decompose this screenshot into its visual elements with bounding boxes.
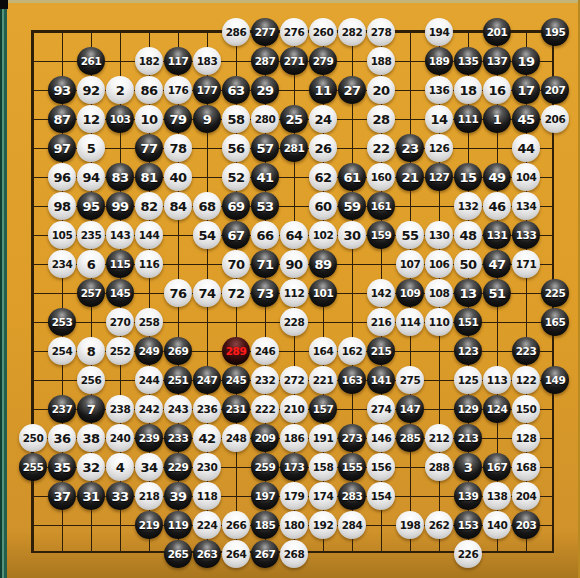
stone-281[interactable]: 281 bbox=[280, 134, 308, 162]
stone-198[interactable]: 198 bbox=[396, 511, 424, 539]
stone-99[interactable]: 99 bbox=[106, 192, 134, 220]
stone-272[interactable]: 272 bbox=[280, 366, 308, 394]
stone-69[interactable]: 69 bbox=[222, 192, 250, 220]
stone-283[interactable]: 283 bbox=[338, 482, 366, 510]
stone-113[interactable]: 113 bbox=[483, 366, 511, 394]
stone-228[interactable]: 228 bbox=[280, 308, 308, 336]
stone-57[interactable]: 57 bbox=[251, 134, 279, 162]
stone-107[interactable]: 107 bbox=[396, 250, 424, 278]
stone-250[interactable]: 250 bbox=[19, 424, 47, 452]
stone-49[interactable]: 49 bbox=[483, 163, 511, 191]
stone-262[interactable]: 262 bbox=[425, 511, 453, 539]
stone-108[interactable]: 108 bbox=[425, 279, 453, 307]
stone-45[interactable]: 45 bbox=[512, 105, 540, 133]
stone-224[interactable]: 224 bbox=[193, 511, 221, 539]
stone-111[interactable]: 111 bbox=[454, 105, 482, 133]
stone-154[interactable]: 154 bbox=[367, 482, 395, 510]
stone-258[interactable]: 258 bbox=[135, 308, 163, 336]
stone-106[interactable]: 106 bbox=[425, 250, 453, 278]
window-corner bbox=[0, 0, 8, 9]
stone-153[interactable]: 153 bbox=[454, 511, 482, 539]
stone-94[interactable]: 94 bbox=[77, 163, 105, 191]
stone-147[interactable]: 147 bbox=[396, 395, 424, 423]
stone-275[interactable]: 275 bbox=[396, 366, 424, 394]
stone-9[interactable]: 9 bbox=[193, 105, 221, 133]
stone-101[interactable]: 101 bbox=[309, 279, 337, 307]
stone-249[interactable]: 249 bbox=[135, 337, 163, 365]
stone-219[interactable]: 219 bbox=[135, 511, 163, 539]
stone-4[interactable]: 4 bbox=[106, 453, 134, 481]
stone-93[interactable]: 93 bbox=[48, 76, 76, 104]
stone-183[interactable]: 183 bbox=[193, 47, 221, 75]
stone-142[interactable]: 142 bbox=[367, 279, 395, 307]
stone-269[interactable]: 269 bbox=[164, 337, 192, 365]
stone-140[interactable]: 140 bbox=[483, 511, 511, 539]
stone-266[interactable]: 266 bbox=[222, 511, 250, 539]
stone-173[interactable]: 173 bbox=[280, 453, 308, 481]
stone-141[interactable]: 141 bbox=[367, 366, 395, 394]
stone-260[interactable]: 260 bbox=[309, 18, 337, 46]
stone-287[interactable]: 287 bbox=[251, 47, 279, 75]
stone-207[interactable]: 207 bbox=[541, 76, 569, 104]
stone-189[interactable]: 189 bbox=[425, 47, 453, 75]
stone-86[interactable]: 86 bbox=[135, 76, 163, 104]
stone-263[interactable]: 263 bbox=[193, 540, 221, 568]
stone-72[interactable]: 72 bbox=[222, 279, 250, 307]
stone-22[interactable]: 22 bbox=[367, 134, 395, 162]
stone-89[interactable]: 89 bbox=[309, 250, 337, 278]
stone-168[interactable]: 168 bbox=[512, 453, 540, 481]
stone-95[interactable]: 95 bbox=[77, 192, 105, 220]
stone-235[interactable]: 235 bbox=[77, 221, 105, 249]
stone-18[interactable]: 18 bbox=[454, 76, 482, 104]
stone-240[interactable]: 240 bbox=[106, 424, 134, 452]
stone-33[interactable]: 33 bbox=[106, 482, 134, 510]
stone-203[interactable]: 203 bbox=[512, 511, 540, 539]
go-board-window: 2862772762602822781942011952611821171832… bbox=[0, 0, 580, 578]
stone-17[interactable]: 17 bbox=[512, 76, 540, 104]
stone-30[interactable]: 30 bbox=[338, 221, 366, 249]
stone-37[interactable]: 37 bbox=[48, 482, 76, 510]
window-left-strip bbox=[0, 0, 7, 578]
stone-46[interactable]: 46 bbox=[483, 192, 511, 220]
stone-210[interactable]: 210 bbox=[280, 395, 308, 423]
window-top-edge bbox=[0, 0, 580, 3]
stone-246[interactable]: 246 bbox=[251, 337, 279, 365]
stone-26[interactable]: 26 bbox=[309, 134, 337, 162]
stone-192[interactable]: 192 bbox=[309, 511, 337, 539]
stone-34[interactable]: 34 bbox=[135, 453, 163, 481]
stone-83[interactable]: 83 bbox=[106, 163, 134, 191]
stone-238[interactable]: 238 bbox=[106, 395, 134, 423]
stone-134[interactable]: 134 bbox=[512, 192, 540, 220]
stone-119[interactable]: 119 bbox=[164, 511, 192, 539]
stone-155[interactable]: 155 bbox=[338, 453, 366, 481]
stone-174[interactable]: 174 bbox=[309, 482, 337, 510]
stone-98[interactable]: 98 bbox=[48, 192, 76, 220]
stone-201[interactable]: 201 bbox=[483, 18, 511, 46]
stone-279[interactable]: 279 bbox=[309, 47, 337, 75]
stone-270[interactable]: 270 bbox=[106, 308, 134, 336]
stone-160[interactable]: 160 bbox=[367, 163, 395, 191]
stone-23[interactable]: 23 bbox=[396, 134, 424, 162]
stone-29[interactable]: 29 bbox=[251, 76, 279, 104]
stone-144[interactable]: 144 bbox=[135, 221, 163, 249]
stone-27[interactable]: 27 bbox=[338, 76, 366, 104]
stone-151[interactable]: 151 bbox=[454, 308, 482, 336]
stone-255[interactable]: 255 bbox=[19, 453, 47, 481]
stone-286[interactable]: 286 bbox=[222, 18, 250, 46]
stone-225[interactable]: 225 bbox=[541, 279, 569, 307]
stone-162[interactable]: 162 bbox=[338, 337, 366, 365]
stone-36[interactable]: 36 bbox=[48, 424, 76, 452]
stone-102[interactable]: 102 bbox=[309, 221, 337, 249]
stone-38[interactable]: 38 bbox=[77, 424, 105, 452]
stone-204[interactable]: 204 bbox=[512, 482, 540, 510]
stone-7[interactable]: 7 bbox=[77, 395, 105, 423]
stone-16[interactable]: 16 bbox=[483, 76, 511, 104]
stone-179[interactable]: 179 bbox=[280, 482, 308, 510]
stone-97[interactable]: 97 bbox=[48, 134, 76, 162]
stone-130[interactable]: 130 bbox=[425, 221, 453, 249]
stone-44[interactable]: 44 bbox=[512, 134, 540, 162]
stone-278[interactable]: 278 bbox=[367, 18, 395, 46]
stone-265[interactable]: 265 bbox=[164, 540, 192, 568]
stone-67[interactable]: 67 bbox=[222, 221, 250, 249]
stone-289[interactable]: 289 bbox=[222, 337, 250, 365]
stone-252[interactable]: 252 bbox=[106, 337, 134, 365]
stone-150[interactable]: 150 bbox=[512, 395, 540, 423]
stone-20[interactable]: 20 bbox=[367, 76, 395, 104]
stone-267[interactable]: 267 bbox=[251, 540, 279, 568]
stone-143[interactable]: 143 bbox=[106, 221, 134, 249]
stone-96[interactable]: 96 bbox=[48, 163, 76, 191]
stone-257[interactable]: 257 bbox=[77, 279, 105, 307]
stone-13[interactable]: 13 bbox=[454, 279, 482, 307]
stone-105[interactable]: 105 bbox=[48, 221, 76, 249]
stone-165[interactable]: 165 bbox=[541, 308, 569, 336]
stone-157[interactable]: 157 bbox=[309, 395, 337, 423]
stone-261[interactable]: 261 bbox=[77, 47, 105, 75]
stone-244[interactable]: 244 bbox=[135, 366, 163, 394]
stone-48[interactable]: 48 bbox=[454, 221, 482, 249]
stone-63[interactable]: 63 bbox=[222, 76, 250, 104]
stone-40[interactable]: 40 bbox=[164, 163, 192, 191]
stone-77[interactable]: 77 bbox=[135, 134, 163, 162]
stone-163[interactable]: 163 bbox=[338, 366, 366, 394]
stone-60[interactable]: 60 bbox=[309, 192, 337, 220]
stone-59[interactable]: 59 bbox=[338, 192, 366, 220]
stone-180[interactable]: 180 bbox=[280, 511, 308, 539]
stone-84[interactable]: 84 bbox=[164, 192, 192, 220]
stone-251[interactable]: 251 bbox=[164, 366, 192, 394]
stone-264[interactable]: 264 bbox=[222, 540, 250, 568]
stone-188[interactable]: 188 bbox=[367, 47, 395, 75]
stone-195[interactable]: 195 bbox=[541, 18, 569, 46]
stone-245[interactable]: 245 bbox=[222, 366, 250, 394]
stone-149[interactable]: 149 bbox=[541, 366, 569, 394]
stone-234[interactable]: 234 bbox=[48, 250, 76, 278]
stone-112[interactable]: 112 bbox=[280, 279, 308, 307]
stone-221[interactable]: 221 bbox=[309, 366, 337, 394]
stone-236[interactable]: 236 bbox=[193, 395, 221, 423]
stone-285[interactable]: 285 bbox=[396, 424, 424, 452]
stone-123[interactable]: 123 bbox=[454, 337, 482, 365]
stone-55[interactable]: 55 bbox=[396, 221, 424, 249]
stone-256[interactable]: 256 bbox=[77, 366, 105, 394]
stone-128[interactable]: 128 bbox=[512, 424, 540, 452]
stone-3[interactable]: 3 bbox=[454, 453, 482, 481]
stone-274[interactable]: 274 bbox=[367, 395, 395, 423]
stone-233[interactable]: 233 bbox=[164, 424, 192, 452]
stone-42[interactable]: 42 bbox=[193, 424, 221, 452]
stone-51[interactable]: 51 bbox=[483, 279, 511, 307]
stone-126[interactable]: 126 bbox=[425, 134, 453, 162]
stone-125[interactable]: 125 bbox=[454, 366, 482, 394]
stone-222[interactable]: 222 bbox=[251, 395, 279, 423]
stone-253[interactable]: 253 bbox=[48, 308, 76, 336]
stone-39[interactable]: 39 bbox=[164, 482, 192, 510]
stone-212[interactable]: 212 bbox=[425, 424, 453, 452]
stone-131[interactable]: 131 bbox=[483, 221, 511, 249]
stone-247[interactable]: 247 bbox=[193, 366, 221, 394]
stone-10[interactable]: 10 bbox=[135, 105, 163, 133]
stone-133[interactable]: 133 bbox=[512, 221, 540, 249]
stone-243[interactable]: 243 bbox=[164, 395, 192, 423]
stone-82[interactable]: 82 bbox=[135, 192, 163, 220]
stone-62[interactable]: 62 bbox=[309, 163, 337, 191]
stone-5[interactable]: 5 bbox=[77, 134, 105, 162]
stone-232[interactable]: 232 bbox=[251, 366, 279, 394]
stone-138[interactable]: 138 bbox=[483, 482, 511, 510]
stone-268[interactable]: 268 bbox=[280, 540, 308, 568]
stone-185[interactable]: 185 bbox=[251, 511, 279, 539]
stone-194[interactable]: 194 bbox=[425, 18, 453, 46]
stone-21[interactable]: 21 bbox=[396, 163, 424, 191]
stone-213[interactable]: 213 bbox=[454, 424, 482, 452]
stone-2[interactable]: 2 bbox=[106, 76, 134, 104]
stone-215[interactable]: 215 bbox=[367, 337, 395, 365]
stone-1[interactable]: 1 bbox=[483, 105, 511, 133]
stone-68[interactable]: 68 bbox=[193, 192, 221, 220]
stone-115[interactable]: 115 bbox=[106, 250, 134, 278]
stone-114[interactable]: 114 bbox=[396, 308, 424, 336]
stone-64[interactable]: 64 bbox=[280, 221, 308, 249]
stone-197[interactable]: 197 bbox=[251, 482, 279, 510]
stone-52[interactable]: 52 bbox=[222, 163, 250, 191]
stone-191[interactable]: 191 bbox=[309, 424, 337, 452]
stone-230[interactable]: 230 bbox=[193, 453, 221, 481]
stone-81[interactable]: 81 bbox=[135, 163, 163, 191]
stone-277[interactable]: 277 bbox=[251, 18, 279, 46]
stone-87[interactable]: 87 bbox=[48, 105, 76, 133]
stone-78[interactable]: 78 bbox=[164, 134, 192, 162]
stone-229[interactable]: 229 bbox=[164, 453, 192, 481]
stone-35[interactable]: 35 bbox=[48, 453, 76, 481]
stone-103[interactable]: 103 bbox=[106, 105, 134, 133]
stone-248[interactable]: 248 bbox=[222, 424, 250, 452]
stone-24[interactable]: 24 bbox=[309, 105, 337, 133]
stone-206[interactable]: 206 bbox=[541, 105, 569, 133]
stone-109[interactable]: 109 bbox=[396, 279, 424, 307]
stone-76[interactable]: 76 bbox=[164, 279, 192, 307]
stone-276[interactable]: 276 bbox=[280, 18, 308, 46]
stone-218[interactable]: 218 bbox=[135, 482, 163, 510]
stone-182[interactable]: 182 bbox=[135, 47, 163, 75]
stone-79[interactable]: 79 bbox=[164, 105, 192, 133]
stone-50[interactable]: 50 bbox=[454, 250, 482, 278]
stone-122[interactable]: 122 bbox=[512, 366, 540, 394]
stone-90[interactable]: 90 bbox=[280, 250, 308, 278]
stone-116[interactable]: 116 bbox=[135, 250, 163, 278]
stone-132[interactable]: 132 bbox=[454, 192, 482, 220]
stone-135[interactable]: 135 bbox=[454, 47, 482, 75]
stone-259[interactable]: 259 bbox=[251, 453, 279, 481]
stone-47[interactable]: 47 bbox=[483, 250, 511, 278]
stone-288[interactable]: 288 bbox=[425, 453, 453, 481]
stone-164[interactable]: 164 bbox=[309, 337, 337, 365]
stone-239[interactable]: 239 bbox=[135, 424, 163, 452]
stone-273[interactable]: 273 bbox=[338, 424, 366, 452]
stone-271[interactable]: 271 bbox=[280, 47, 308, 75]
stone-127[interactable]: 127 bbox=[425, 163, 453, 191]
stone-11[interactable]: 11 bbox=[309, 76, 337, 104]
stone-280[interactable]: 280 bbox=[251, 105, 279, 133]
stone-66[interactable]: 66 bbox=[251, 221, 279, 249]
stone-129[interactable]: 129 bbox=[454, 395, 482, 423]
stone-117[interactable]: 117 bbox=[164, 47, 192, 75]
stone-70[interactable]: 70 bbox=[222, 250, 250, 278]
stone-124[interactable]: 124 bbox=[483, 395, 511, 423]
stone-159[interactable]: 159 bbox=[367, 221, 395, 249]
stone-254[interactable]: 254 bbox=[48, 337, 76, 365]
stone-171[interactable]: 171 bbox=[512, 250, 540, 278]
stone-118[interactable]: 118 bbox=[193, 482, 221, 510]
stone-15[interactable]: 15 bbox=[454, 163, 482, 191]
stone-25[interactable]: 25 bbox=[280, 105, 308, 133]
stone-137[interactable]: 137 bbox=[483, 47, 511, 75]
stone-56[interactable]: 56 bbox=[222, 134, 250, 162]
stone-14[interactable]: 14 bbox=[425, 105, 453, 133]
stone-53[interactable]: 53 bbox=[251, 192, 279, 220]
stone-177[interactable]: 177 bbox=[193, 76, 221, 104]
stone-176[interactable]: 176 bbox=[164, 76, 192, 104]
stone-104[interactable]: 104 bbox=[512, 163, 540, 191]
stone-61[interactable]: 61 bbox=[338, 163, 366, 191]
stone-8[interactable]: 8 bbox=[77, 337, 105, 365]
stone-223[interactable]: 223 bbox=[512, 337, 540, 365]
stone-146[interactable]: 146 bbox=[367, 424, 395, 452]
stone-74[interactable]: 74 bbox=[193, 279, 221, 307]
stone-158[interactable]: 158 bbox=[309, 453, 337, 481]
stone-58[interactable]: 58 bbox=[222, 105, 250, 133]
stone-231[interactable]: 231 bbox=[222, 395, 250, 423]
stone-110[interactable]: 110 bbox=[425, 308, 453, 336]
stone-136[interactable]: 136 bbox=[425, 76, 453, 104]
stone-156[interactable]: 156 bbox=[367, 453, 395, 481]
stone-145[interactable]: 145 bbox=[106, 279, 134, 307]
stone-41[interactable]: 41 bbox=[251, 163, 279, 191]
stone-139[interactable]: 139 bbox=[454, 482, 482, 510]
stone-19[interactable]: 19 bbox=[512, 47, 540, 75]
stone-237[interactable]: 237 bbox=[48, 395, 76, 423]
stone-226[interactable]: 226 bbox=[454, 540, 482, 568]
stone-32[interactable]: 32 bbox=[77, 453, 105, 481]
stone-284[interactable]: 284 bbox=[338, 511, 366, 539]
stone-242[interactable]: 242 bbox=[135, 395, 163, 423]
stone-31[interactable]: 31 bbox=[77, 482, 105, 510]
stone-6[interactable]: 6 bbox=[77, 250, 105, 278]
stone-161[interactable]: 161 bbox=[367, 192, 395, 220]
stone-282[interactable]: 282 bbox=[338, 18, 366, 46]
stone-28[interactable]: 28 bbox=[367, 105, 395, 133]
stone-167[interactable]: 167 bbox=[483, 453, 511, 481]
stone-216[interactable]: 216 bbox=[367, 308, 395, 336]
stone-92[interactable]: 92 bbox=[77, 76, 105, 104]
stone-186[interactable]: 186 bbox=[280, 424, 308, 452]
stone-71[interactable]: 71 bbox=[251, 250, 279, 278]
stone-209[interactable]: 209 bbox=[251, 424, 279, 452]
stone-73[interactable]: 73 bbox=[251, 279, 279, 307]
stone-54[interactable]: 54 bbox=[193, 221, 221, 249]
stone-12[interactable]: 12 bbox=[77, 105, 105, 133]
